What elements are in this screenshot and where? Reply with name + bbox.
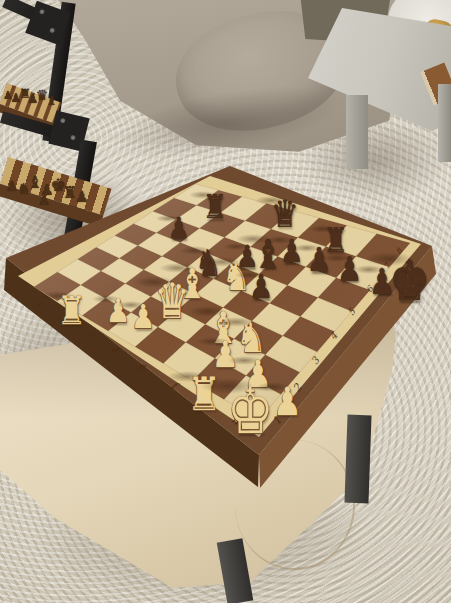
living-room-chess-photo: ♟♟♜♟♛♝ ♟♞♝♟♚♜♟♟ abcdefgh12345678 ♜♛♟♜♝♟♟… [0,0,451,603]
